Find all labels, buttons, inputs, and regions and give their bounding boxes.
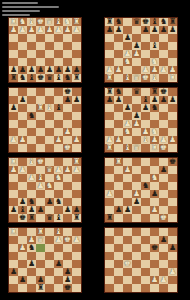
piece-white-rook: ♜ [73,158,80,166]
square [150,182,159,190]
piece-white-pawn: ♟ [124,120,131,128]
piece-white-pawn: ♟ [55,136,62,144]
square [54,252,63,260]
square [54,96,63,104]
square [159,58,168,66]
square [9,88,18,96]
square [114,190,123,198]
square [159,104,168,112]
piece-white-bishop: ♝ [55,228,62,236]
square [141,144,150,152]
square: ♝ [54,104,63,112]
piece-white-king: ♚ [37,18,44,26]
square [159,50,168,58]
square [168,112,177,120]
square: ♚ [141,18,150,26]
piece-white-knight: ♞ [151,128,158,136]
square [36,112,45,120]
square [141,276,150,284]
square: ♟ [159,26,168,34]
caption-line-3 [2,10,40,12]
square: ♜ [9,74,18,82]
piece-white-queen: ♛ [46,18,53,26]
piece-black-knight: ♞ [142,182,149,190]
square [105,252,114,260]
piece-white-pawn: ♟ [64,128,71,136]
square [114,144,123,152]
piece-white-rook: ♜ [37,228,44,236]
square [159,74,168,82]
square [36,252,45,260]
square [9,214,18,222]
square [45,42,54,50]
piece-black-bishop: ♝ [55,104,62,112]
square: ♚ [150,244,159,252]
square [36,144,45,152]
piece-white-pawn: ♟ [55,166,62,174]
piece-black-pawn: ♟ [64,66,71,74]
piece-black-bishop: ♝ [55,74,62,82]
piece-black-bishop: ♝ [55,214,62,222]
piece-white-pawn: ♟ [106,66,113,74]
square [132,136,141,144]
square: ♟ [105,190,114,198]
square: ♚ [168,158,177,166]
square [27,128,36,136]
square: ♟ [18,136,27,144]
square [132,182,141,190]
piece-black-pawn: ♟ [73,96,80,104]
square: ♟ [54,26,63,34]
piece-black-pawn: ♟ [19,66,26,74]
square [9,128,18,136]
square: ♟ [54,66,63,74]
caption-block [2,2,59,18]
square [27,190,36,198]
square [72,198,81,206]
square [9,42,18,50]
square: ♞ [54,174,63,182]
piece-black-pawn: ♟ [64,96,71,104]
square [105,244,114,252]
square: ♚ [63,284,72,292]
square [141,198,150,206]
square: ♜ [36,228,45,236]
piece-white-knight: ♞ [64,18,71,26]
square [72,120,81,128]
square [123,88,132,96]
square: ♜ [72,18,81,26]
piece-white-pawn: ♟ [28,174,35,182]
square [141,166,150,174]
square: ♜ [27,214,36,222]
square [132,158,141,166]
square [141,174,150,182]
square [72,174,81,182]
square: ♝ [54,18,63,26]
piece-white-knight: ♞ [19,18,26,26]
board-1[interactable]: ♜♞♝♚♛♝♞♜♟♟♟♟♟♟♟♟♟♟♟♟♟♟♟♟♜♞♝♚♛♝♞♜ [8,17,82,83]
square [72,88,81,96]
square: ♟ [27,236,36,244]
board-6[interactable]: ♜♚♟♟♞♞♟♟♟♟♟♟♟♜♚ [104,157,178,223]
square [105,182,114,190]
square [150,284,159,292]
square: ♟ [141,26,150,34]
square [150,166,159,174]
square [150,34,159,42]
square [159,228,168,236]
board-2[interactable]: ♜♞♛♚♝♞♜♟♟♟♟♟♟♟♟♝♟♟♞♞♟♟♟♟♟♟♜♝♛♚♝♜ [104,17,178,83]
square [141,42,150,50]
square: ♟ [132,50,141,58]
square [27,136,36,144]
square [54,42,63,50]
piece-white-bishop: ♝ [28,158,35,166]
square [45,88,54,96]
square [168,228,177,236]
square: ♟ [159,136,168,144]
square [54,268,63,276]
board-8[interactable]: ♟♚♟♚♟♟♟ [104,227,178,293]
page-background: { "game": "chess", "view": "eight-board-… [0,0,190,300]
square [150,214,159,222]
piece-black-pawn: ♟ [19,198,26,206]
square: ♞ [114,18,123,26]
square: ♟ [150,276,159,284]
square [9,174,18,182]
square [114,276,123,284]
square: ♟ [72,206,81,214]
square [45,174,54,182]
square [27,42,36,50]
square [114,58,123,66]
square [141,214,150,222]
square: ♟ [105,96,114,104]
square: ♜ [36,104,45,112]
square [36,58,45,66]
square [105,120,114,128]
square: ♜ [168,18,177,26]
square [132,206,141,214]
square: ♟ [18,198,27,206]
piece-white-pawn: ♟ [133,190,140,198]
piece-black-pawn: ♟ [55,66,62,74]
square [141,252,150,260]
square [132,166,141,174]
square [150,120,159,128]
square: ♟ [132,190,141,198]
square: ♝ [150,42,159,50]
square: ♟ [9,206,18,214]
square [132,34,141,42]
square [105,260,114,268]
square [63,198,72,206]
square [63,112,72,120]
square [72,284,81,292]
square: ♟ [123,50,132,58]
square [63,120,72,128]
square [45,236,54,244]
square [9,198,18,206]
square [63,244,72,252]
square [132,260,141,268]
square: ♚ [159,88,168,96]
square [141,50,150,58]
square [123,228,132,236]
piece-white-knight: ♞ [55,174,62,182]
board-7[interactable]: ♜♜♝♟♛♟♚♟♟♞♟♟♟♟♟♟♟♜♚ [8,227,82,293]
piece-white-pawn: ♟ [151,66,158,74]
square [9,190,18,198]
piece-white-pawn: ♟ [142,66,149,74]
square [63,158,72,166]
square: ♚ [159,144,168,152]
square: ♛ [132,18,141,26]
square: ♝ [27,158,36,166]
piece-black-pawn: ♟ [169,96,176,104]
square [114,120,123,128]
square [141,236,150,244]
piece-black-pawn: ♟ [106,26,113,34]
square [141,120,150,128]
piece-white-king: ♚ [124,260,131,268]
piece-black-knight: ♞ [55,198,62,206]
square: ♟ [123,166,132,174]
piece-white-pawn: ♟ [73,136,80,144]
piece-black-knight: ♞ [151,104,158,112]
square [150,260,159,268]
caption-line-4 [2,14,30,16]
square [36,128,45,136]
square [36,120,45,128]
piece-white-king: ♚ [142,74,149,82]
piece-white-pawn: ♟ [19,26,26,34]
square: ♝ [123,144,132,152]
board-4[interactable]: ♜♞♛♜♚♟♟♝♟♟♟♟♟♞♟♟♟♞♟♞♟♟♝♟♟♟♜♝♛♜♚ [104,87,178,153]
piece-black-pawn: ♟ [115,96,122,104]
piece-white-bishop: ♝ [124,144,131,152]
square: ♟ [72,166,81,174]
square [105,236,114,244]
square [105,276,114,284]
square [45,112,54,120]
piece-black-king: ♚ [64,88,71,96]
piece-black-rook: ♜ [106,214,113,222]
piece-black-knight: ♞ [64,74,71,82]
square: ♟ [132,112,141,120]
square [72,244,81,252]
square: ♟ [159,96,168,104]
square [63,214,72,222]
square [54,88,63,96]
square [168,128,177,136]
square [45,206,54,214]
square [9,96,18,104]
square [159,120,168,128]
square [141,260,150,268]
square [105,104,114,112]
square: ♟ [105,26,114,34]
square: ♜ [105,214,114,222]
square: ♟ [159,236,168,244]
square: ♜ [36,284,45,292]
piece-black-pawn: ♟ [151,26,158,34]
piece-black-pawn: ♟ [151,96,158,104]
square [54,128,63,136]
square [132,174,141,182]
square: ♚ [141,74,150,82]
square [18,174,27,182]
square [114,260,123,268]
square: ♟ [123,120,132,128]
square [123,96,132,104]
square [18,112,27,120]
square [132,236,141,244]
square [123,182,132,190]
square [141,190,150,198]
piece-white-rook: ♜ [10,158,17,166]
square: ♜ [150,88,159,96]
square [168,214,177,222]
square [123,158,132,166]
square [72,104,81,112]
piece-black-knight: ♞ [160,18,167,26]
board-3[interactable]: ♚♟♟♟♟♜♝♝♞♟♟♟♟♟♚ [8,87,82,153]
square [54,144,63,152]
piece-white-queen: ♛ [133,74,140,82]
square: ♟ [18,96,27,104]
square [150,252,159,260]
square [105,174,114,182]
square: ♛ [45,18,54,26]
square [18,284,27,292]
square [18,120,27,128]
square [123,112,132,120]
square [27,228,36,236]
piece-black-pawn: ♟ [28,66,35,74]
square: ♜ [72,214,81,222]
square: ♟ [9,268,18,276]
square: ♝ [150,74,159,82]
square: ♝ [36,174,45,182]
piece-white-pawn: ♟ [151,206,158,214]
piece-black-queen: ♛ [133,18,140,26]
square [114,236,123,244]
piece-white-pawn: ♟ [28,26,35,34]
piece-black-pawn: ♟ [64,268,71,276]
square: ♟ [114,136,123,144]
square [63,182,72,190]
square [54,276,63,284]
piece-white-pawn: ♟ [73,236,80,244]
square [150,50,159,58]
square [63,34,72,42]
square [18,158,27,166]
square [54,206,63,214]
square [18,260,27,268]
square [105,34,114,42]
piece-white-pawn: ♟ [106,136,113,144]
square [9,276,18,284]
square [18,144,27,152]
piece-white-knight: ♞ [151,174,158,182]
square [141,112,150,120]
square [9,236,18,244]
piece-white-pawn: ♟ [19,244,26,252]
square: ♟ [63,206,72,214]
square [114,268,123,276]
square [105,128,114,136]
square: ♚ [159,214,168,222]
piece-black-pawn: ♟ [106,96,113,104]
square: ♟ [63,96,72,104]
square [27,96,36,104]
square: ♟ [27,206,36,214]
square [159,34,168,42]
piece-white-pawn: ♟ [64,166,71,174]
piece-black-pawn: ♟ [10,66,17,74]
square: ♟ [168,66,177,74]
square [45,268,54,276]
piece-white-bishop: ♝ [142,136,149,144]
board-5[interactable]: ♜♝♚♜♟♟♛♟♟♟♟♝♞♟♞♟♞♟♞♟♝♟♟♟♟♚♜♛♝♜ [8,157,82,223]
square [114,128,123,136]
square [132,104,141,112]
piece-white-queen: ♛ [46,166,53,174]
piece-white-rook: ♜ [106,74,113,82]
square: ♚ [18,214,27,222]
square [18,104,27,112]
piece-black-rook: ♜ [151,88,158,96]
square [150,198,159,206]
square: ♟ [114,206,123,214]
piece-white-pawn: ♟ [160,136,167,144]
piece-black-king: ♚ [37,74,44,82]
square [27,58,36,66]
square: ♞ [27,198,36,206]
square [150,268,159,276]
square: ♟ [63,26,72,34]
piece-black-rook: ♜ [169,18,176,26]
piece-black-rook: ♜ [106,18,113,26]
square: ♚ [36,158,45,166]
square [114,244,123,252]
square: ♟ [27,260,36,268]
square [159,182,168,190]
piece-white-rook: ♜ [10,228,17,236]
square: ♝ [27,18,36,26]
square: ♟ [45,66,54,74]
square: ♜ [168,74,177,82]
square: ♟ [159,66,168,74]
piece-black-pawn: ♟ [142,26,149,34]
square [72,58,81,66]
square [18,58,27,66]
square: ♜ [9,18,18,26]
square [123,174,132,182]
piece-white-rook: ♜ [115,158,122,166]
square: ♞ [63,74,72,82]
square: ♞ [150,58,159,66]
square [63,228,72,236]
square: ♚ [63,144,72,152]
square [18,268,27,276]
piece-white-queen: ♛ [37,236,44,244]
square [105,112,114,120]
piece-white-knight: ♞ [124,58,131,66]
square: ♟ [105,136,114,144]
